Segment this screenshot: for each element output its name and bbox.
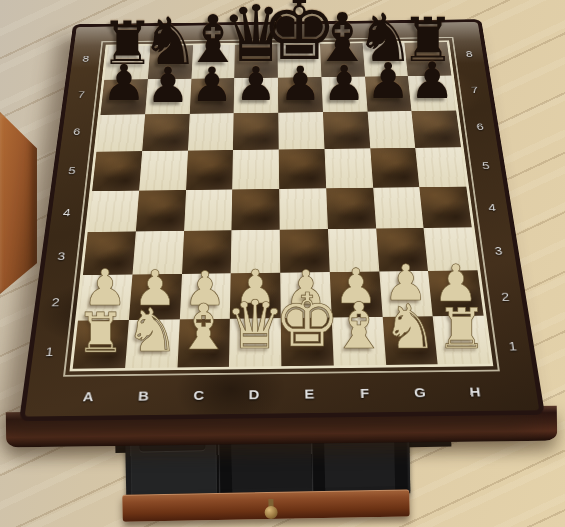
square-c5[interactable] (186, 150, 233, 189)
rank-label-3: 3 (481, 228, 517, 273)
square-d4[interactable] (232, 189, 280, 230)
square-h6[interactable] (412, 111, 461, 148)
rank-label-3: 3 (44, 234, 79, 279)
piece-white-rook-a1[interactable]: ♜ (76, 306, 125, 361)
square-c6[interactable] (188, 113, 234, 150)
square-b5[interactable] (139, 151, 188, 190)
square-g5[interactable] (370, 148, 420, 187)
rank-label-4: 4 (50, 191, 84, 234)
rank-label-1: 1 (494, 321, 532, 372)
square-g4[interactable] (373, 187, 424, 228)
piece-black-pawn-e7[interactable]: ♟ (279, 60, 321, 107)
square-g6[interactable] (367, 111, 415, 148)
square-f4[interactable] (326, 187, 376, 228)
piece-white-bishop-f1[interactable]: ♝ (330, 294, 387, 358)
file-label-b: B (114, 376, 172, 414)
rank-label-4: 4 (475, 186, 510, 229)
square-b6[interactable] (142, 114, 189, 151)
rank-label-2: 2 (487, 273, 524, 321)
file-label-g: G (391, 373, 450, 411)
square-h5[interactable] (415, 148, 466, 187)
rank-label-2: 2 (38, 279, 74, 327)
square-a6[interactable] (96, 114, 145, 151)
piece-white-rook-h1[interactable]: ♜ (436, 301, 486, 357)
piece-white-bishop-c1[interactable]: ♝ (176, 297, 232, 360)
rank-label-8: 8 (71, 41, 101, 76)
rank-label-6: 6 (464, 107, 496, 145)
piece-black-pawn-c7[interactable]: ♟ (191, 61, 234, 108)
piece-black-pawn-a7[interactable]: ♟ (102, 60, 146, 110)
piece-black-pawn-h7[interactable]: ♟ (409, 55, 454, 106)
drawer-knob[interactable] (263, 499, 278, 521)
square-a5[interactable] (92, 151, 142, 190)
scene: 87654321 87654321 ABCDEFGH ♜♞♝♛♚♝♞♜♟♟♟♟♟… (0, 0, 565, 527)
file-label-c: C (170, 376, 227, 414)
drawer-front[interactable] (122, 489, 409, 522)
square-e4[interactable] (279, 188, 328, 229)
file-labels-bottom: ABCDEFGH (59, 372, 506, 415)
square-d5[interactable] (232, 150, 279, 189)
file-label-h: H (445, 372, 505, 410)
square-b4[interactable] (136, 190, 186, 231)
square-f5[interactable] (324, 149, 372, 188)
file-label-a: A (59, 377, 118, 415)
file-label-d: D (226, 375, 282, 413)
square-a4[interactable] (88, 190, 139, 231)
piece-black-pawn-g7[interactable]: ♟ (366, 57, 410, 106)
piece-black-pawn-b7[interactable]: ♟ (146, 60, 189, 109)
piece-white-knight-b1[interactable]: ♞ (125, 300, 179, 360)
file-label-e: E (281, 374, 337, 412)
square-h4[interactable] (419, 186, 471, 227)
rank-label-5: 5 (56, 151, 88, 192)
square-f6[interactable] (323, 112, 370, 149)
piece-white-knight-g1[interactable]: ♞ (383, 296, 438, 357)
square-e5[interactable] (279, 149, 326, 188)
rank-label-7: 7 (459, 71, 490, 108)
file-label-f: F (336, 374, 393, 412)
rank-label-1: 1 (31, 326, 68, 377)
square-c4[interactable] (184, 189, 233, 230)
square-d6[interactable] (233, 113, 279, 150)
piece-black-pawn-d7[interactable]: ♟ (235, 61, 277, 108)
rank-label-6: 6 (61, 112, 93, 151)
rank-label-5: 5 (469, 146, 502, 187)
rank-label-7: 7 (66, 76, 97, 113)
square-e6[interactable] (278, 112, 324, 149)
rank-label-8: 8 (454, 37, 485, 72)
piece-black-pawn-f7[interactable]: ♟ (323, 58, 366, 106)
